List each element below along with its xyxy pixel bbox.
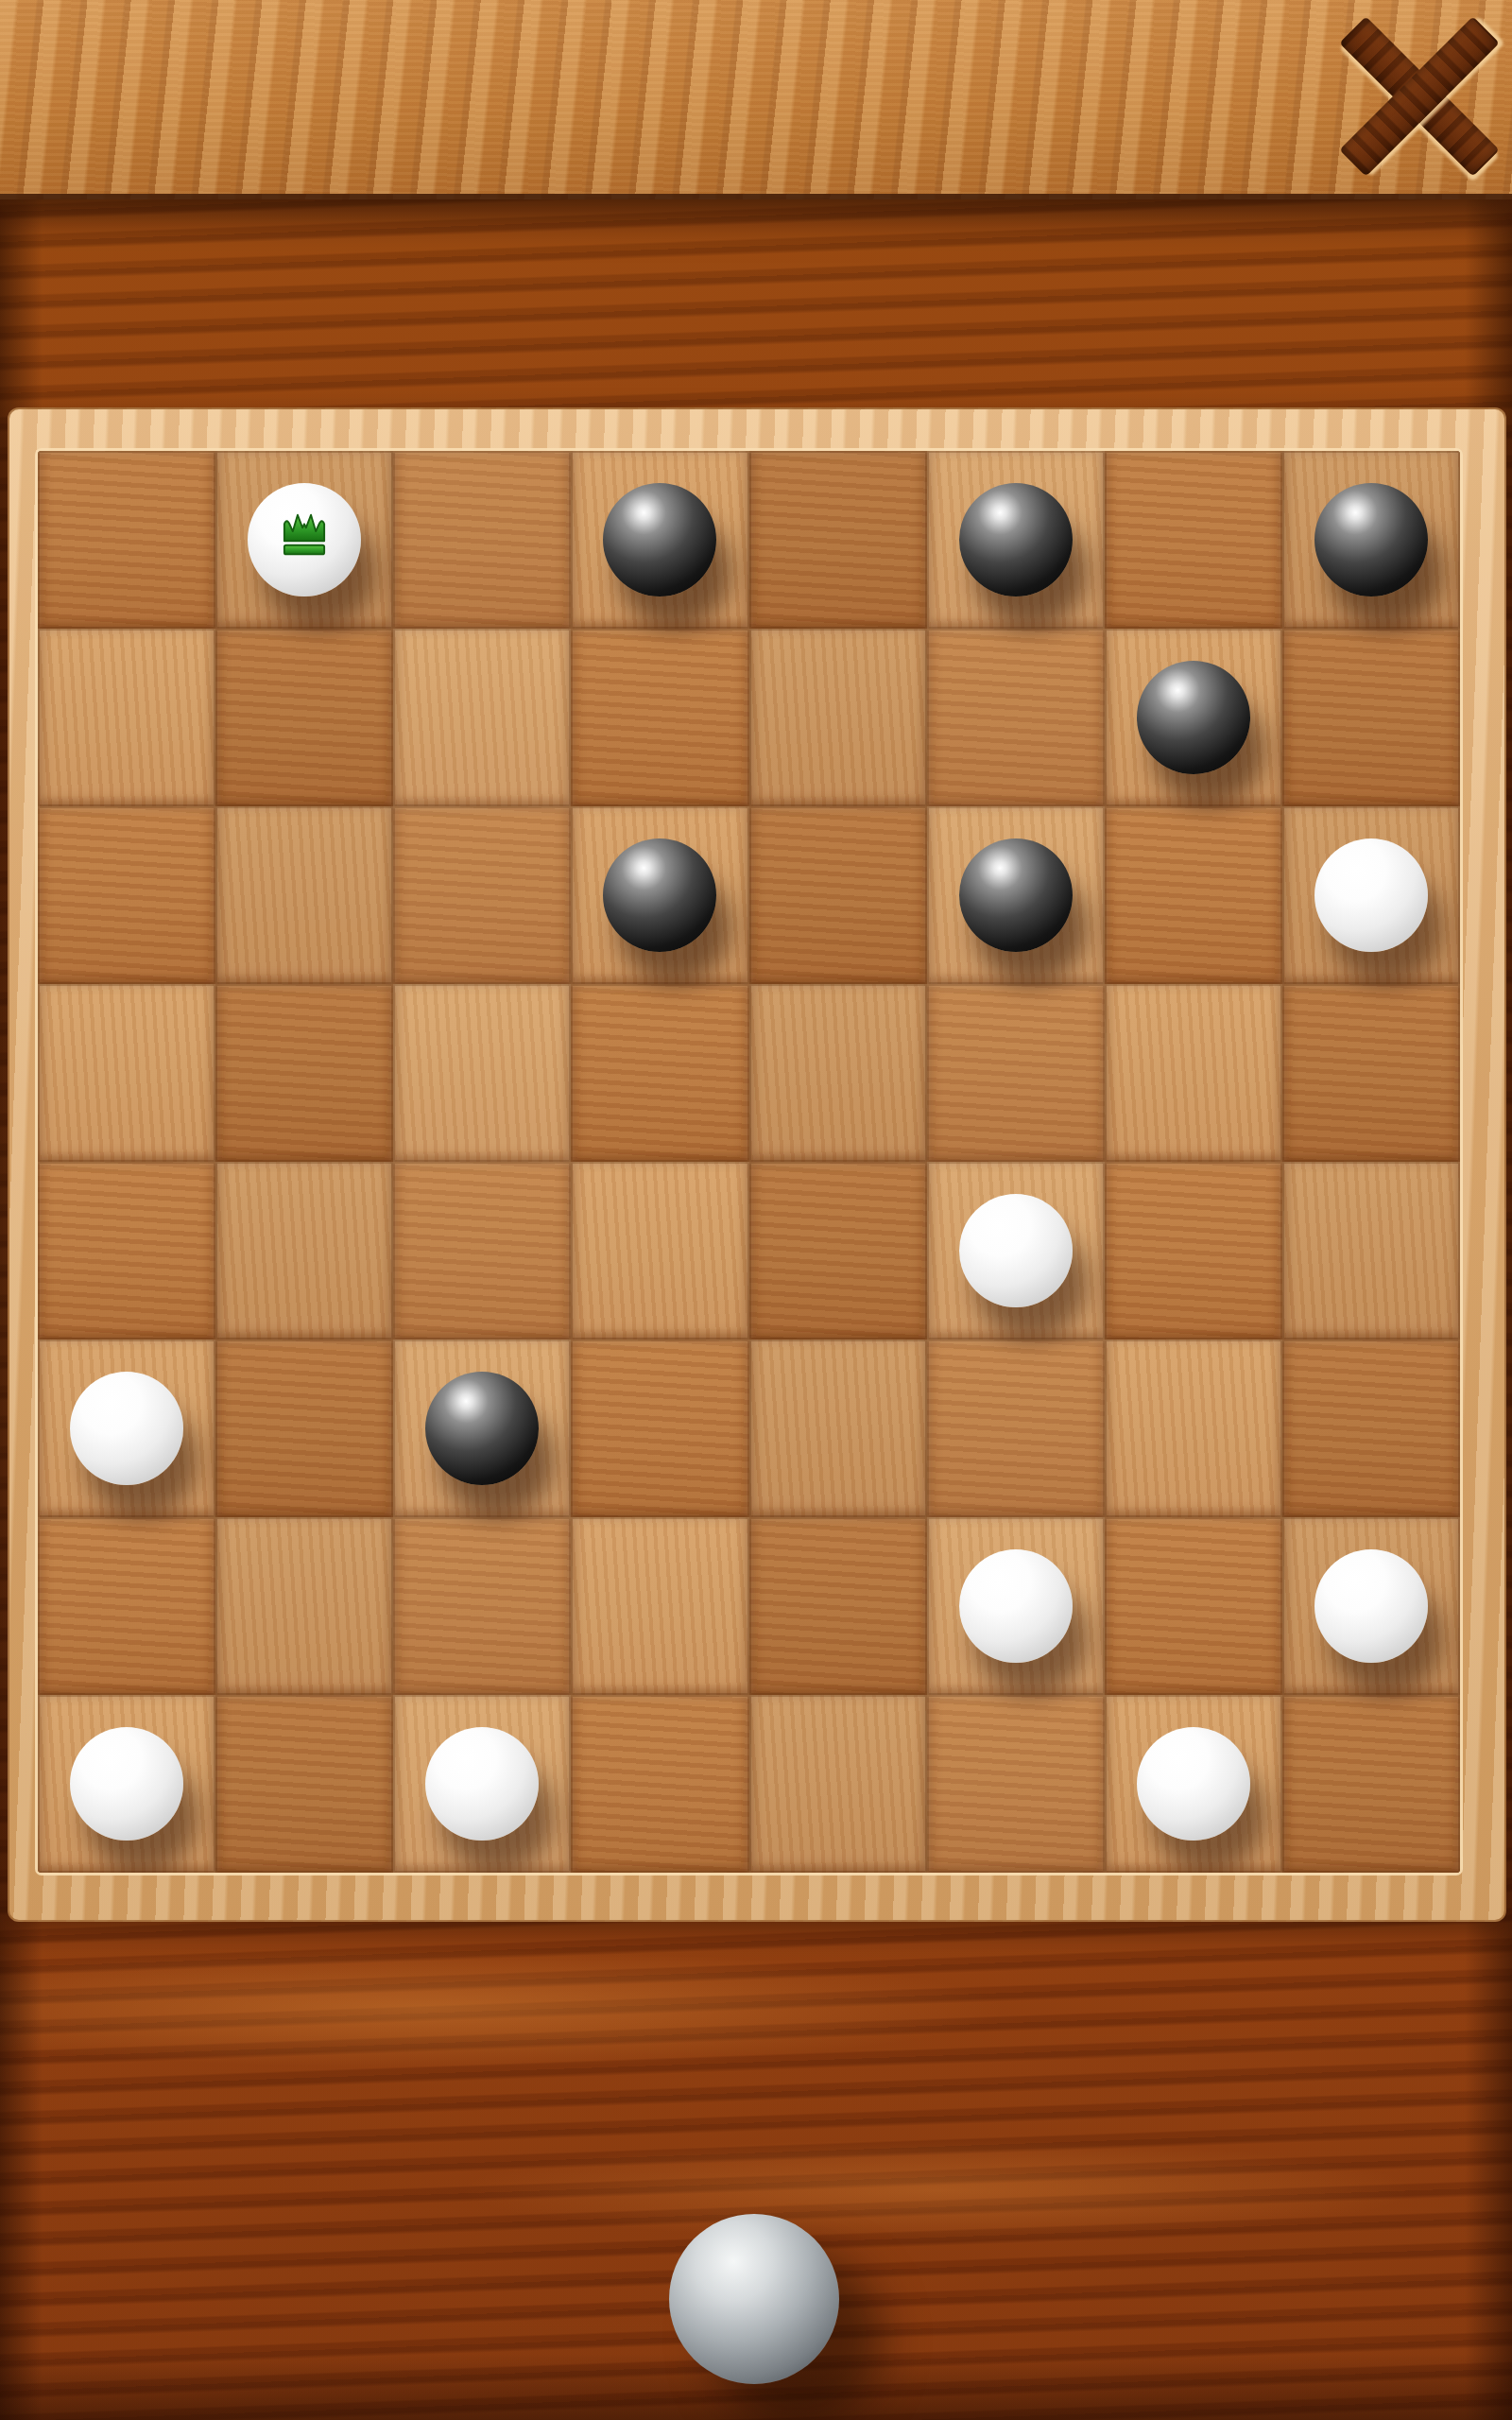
board-square[interactable]	[1282, 806, 1460, 984]
checker-white[interactable]	[70, 1727, 183, 1841]
board-square[interactable]	[38, 1695, 215, 1873]
board-square[interactable]	[749, 1695, 927, 1873]
checker-white[interactable]	[1137, 1727, 1250, 1841]
board-square[interactable]	[927, 1517, 1105, 1695]
board-square[interactable]	[571, 451, 748, 629]
board-square[interactable]	[571, 1695, 748, 1873]
board-square[interactable]	[749, 1162, 927, 1340]
board-square[interactable]	[393, 1695, 571, 1873]
board-square[interactable]	[38, 806, 215, 984]
checker-black[interactable]	[1137, 661, 1250, 774]
board-square[interactable]	[215, 1162, 393, 1340]
board-square[interactable]	[1282, 984, 1460, 1162]
board-square[interactable]	[571, 629, 748, 806]
board-square[interactable]	[393, 1162, 571, 1340]
board-square[interactable]	[215, 806, 393, 984]
off-board-gray-piece[interactable]	[669, 2214, 839, 2384]
board-square[interactable]	[1105, 1162, 1282, 1340]
board-square[interactable]	[393, 1340, 571, 1517]
board-square[interactable]	[1282, 451, 1460, 629]
board-square[interactable]	[215, 1517, 393, 1695]
board-square[interactable]	[927, 984, 1105, 1162]
board-square[interactable]	[927, 806, 1105, 984]
board-square[interactable]	[1282, 1695, 1460, 1873]
checker-white[interactable]	[959, 1549, 1073, 1663]
board-square[interactable]	[1282, 1162, 1460, 1340]
board-square[interactable]	[749, 984, 927, 1162]
board-square[interactable]	[1105, 806, 1282, 984]
board-square[interactable]	[393, 451, 571, 629]
board-square[interactable]	[38, 1517, 215, 1695]
board-square[interactable]	[393, 806, 571, 984]
checker-white[interactable]	[1314, 1549, 1428, 1663]
board-square[interactable]	[927, 1695, 1105, 1873]
board-square[interactable]	[393, 629, 571, 806]
checker-white[interactable]	[70, 1372, 183, 1485]
board-square[interactable]	[571, 984, 748, 1162]
board-square[interactable]	[749, 629, 927, 806]
board-square[interactable]	[1105, 1340, 1282, 1517]
checker-black[interactable]	[959, 838, 1073, 952]
board-square[interactable]	[927, 1162, 1105, 1340]
board-square[interactable]	[215, 1340, 393, 1517]
board-square[interactable]	[927, 629, 1105, 806]
board-square[interactable]	[215, 451, 393, 629]
board-square[interactable]	[749, 1340, 927, 1517]
board-grid	[38, 451, 1460, 1873]
board-square[interactable]	[38, 629, 215, 806]
checker-white[interactable]	[959, 1194, 1073, 1307]
board-square[interactable]	[749, 1517, 927, 1695]
board-square[interactable]	[571, 1162, 748, 1340]
board-square[interactable]	[1105, 984, 1282, 1162]
board-square[interactable]	[38, 984, 215, 1162]
board-square[interactable]	[393, 984, 571, 1162]
checker-black[interactable]	[603, 838, 716, 952]
board-square[interactable]	[1105, 1695, 1282, 1873]
board-square[interactable]	[38, 451, 215, 629]
board-square[interactable]	[571, 1340, 748, 1517]
checker-black[interactable]	[959, 483, 1073, 596]
board-square[interactable]	[571, 1517, 748, 1695]
board-square[interactable]	[38, 1340, 215, 1517]
checkers-app: { "game": { "name": "checkers", "board_s…	[0, 0, 1512, 2420]
checkers-board	[8, 407, 1506, 1922]
board-square[interactable]	[571, 806, 748, 984]
close-button[interactable]	[1338, 17, 1501, 176]
board-square[interactable]	[215, 629, 393, 806]
checker-white[interactable]	[425, 1727, 539, 1841]
board-square[interactable]	[1105, 629, 1282, 806]
board-square[interactable]	[215, 1695, 393, 1873]
board-square[interactable]	[1105, 1517, 1282, 1695]
board-square[interactable]	[927, 1340, 1105, 1517]
board-square[interactable]	[1282, 1340, 1460, 1517]
checker-white[interactable]	[1314, 838, 1428, 952]
board-square[interactable]	[927, 451, 1105, 629]
board-square[interactable]	[38, 1162, 215, 1340]
top-bar	[0, 0, 1512, 199]
board-square[interactable]	[1105, 451, 1282, 629]
board-square[interactable]	[393, 1517, 571, 1695]
board-square[interactable]	[749, 806, 927, 984]
board-square[interactable]	[215, 984, 393, 1162]
board-square[interactable]	[1282, 629, 1460, 806]
checker-white-king[interactable]	[248, 483, 361, 596]
checker-black[interactable]	[603, 483, 716, 596]
king-crown-icon	[274, 510, 335, 570]
board-square[interactable]	[1282, 1517, 1460, 1695]
checker-black[interactable]	[425, 1372, 539, 1485]
checker-black[interactable]	[1314, 483, 1428, 596]
board-square[interactable]	[749, 451, 927, 629]
